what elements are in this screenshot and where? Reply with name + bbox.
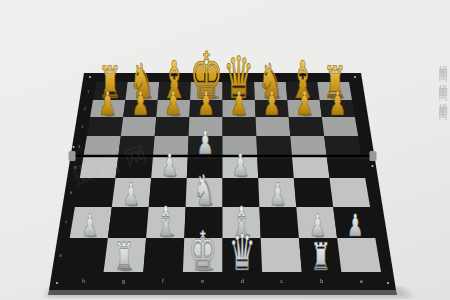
piece-silver-P: ♟ bbox=[232, 147, 249, 183]
piece-gold-P: ♟ bbox=[99, 83, 117, 122]
piece-silver-P: ♟ bbox=[269, 176, 286, 212]
piece-silver-R: ♜ bbox=[114, 235, 134, 279]
board-square bbox=[256, 136, 292, 156]
frame-screw-dot bbox=[72, 146, 74, 148]
hinge-left bbox=[69, 151, 76, 161]
frame-screw-dot bbox=[56, 282, 58, 284]
board-square bbox=[294, 178, 333, 207]
file-label: g bbox=[122, 278, 126, 285]
piece-silver-B: ♝ bbox=[154, 197, 176, 246]
file-label: c bbox=[280, 278, 283, 284]
board-square bbox=[290, 136, 326, 156]
hinge-right bbox=[369, 151, 376, 161]
piece-silver-R: ♜ bbox=[311, 235, 331, 279]
rank-label: 1 bbox=[87, 89, 90, 94]
piece-gold-P: ♟ bbox=[164, 83, 182, 122]
piece-silver-Q: ♛ bbox=[229, 224, 256, 282]
piece-silver-P: ♟ bbox=[81, 208, 97, 243]
frame-screw-dot bbox=[371, 165, 373, 167]
watermark-right-column: 摄图网 摄图网 摄图网 bbox=[436, 58, 449, 108]
piece-gold-P: ♟ bbox=[329, 83, 347, 122]
file-label: a bbox=[359, 278, 362, 284]
chess-board: hgfedcba12345678♜♞♝♚♛♞♝♜♟♟♟♟♟♟♟♟♟♟♟♟♞♟♟♝… bbox=[0, 0, 450, 300]
board-square bbox=[292, 156, 330, 178]
frame-screw-dot bbox=[387, 282, 389, 284]
frame-screw-dot bbox=[89, 76, 91, 78]
piece-silver-P: ♟ bbox=[197, 124, 214, 162]
rank-label: 3 bbox=[81, 124, 84, 129]
board-square bbox=[330, 178, 371, 207]
rank-label: 4 bbox=[78, 144, 81, 149]
frame-screw-dot bbox=[354, 76, 356, 78]
board-square bbox=[257, 156, 294, 178]
board-front-edge bbox=[48, 290, 397, 295]
piece-silver-K: ♚ bbox=[188, 220, 217, 282]
piece-silver-P: ♟ bbox=[347, 208, 363, 243]
file-label: h bbox=[82, 278, 86, 284]
board-square bbox=[327, 156, 366, 178]
chess-photo-scene: hgfedcba12345678♜♞♝♚♛♞♝♜♟♟♟♟♟♟♟♟♟♟♟♟♞♟♟♝… bbox=[0, 0, 450, 300]
piece-silver-P: ♟ bbox=[123, 176, 140, 212]
board-square bbox=[324, 136, 361, 156]
piece-gold-P: ♟ bbox=[296, 83, 314, 122]
rank-label: 2 bbox=[84, 106, 87, 111]
board-square bbox=[261, 238, 302, 272]
piece-silver-N: ♞ bbox=[193, 166, 216, 215]
piece-silver-P: ♟ bbox=[161, 147, 178, 183]
piece-gold-P: ♟ bbox=[131, 83, 149, 122]
